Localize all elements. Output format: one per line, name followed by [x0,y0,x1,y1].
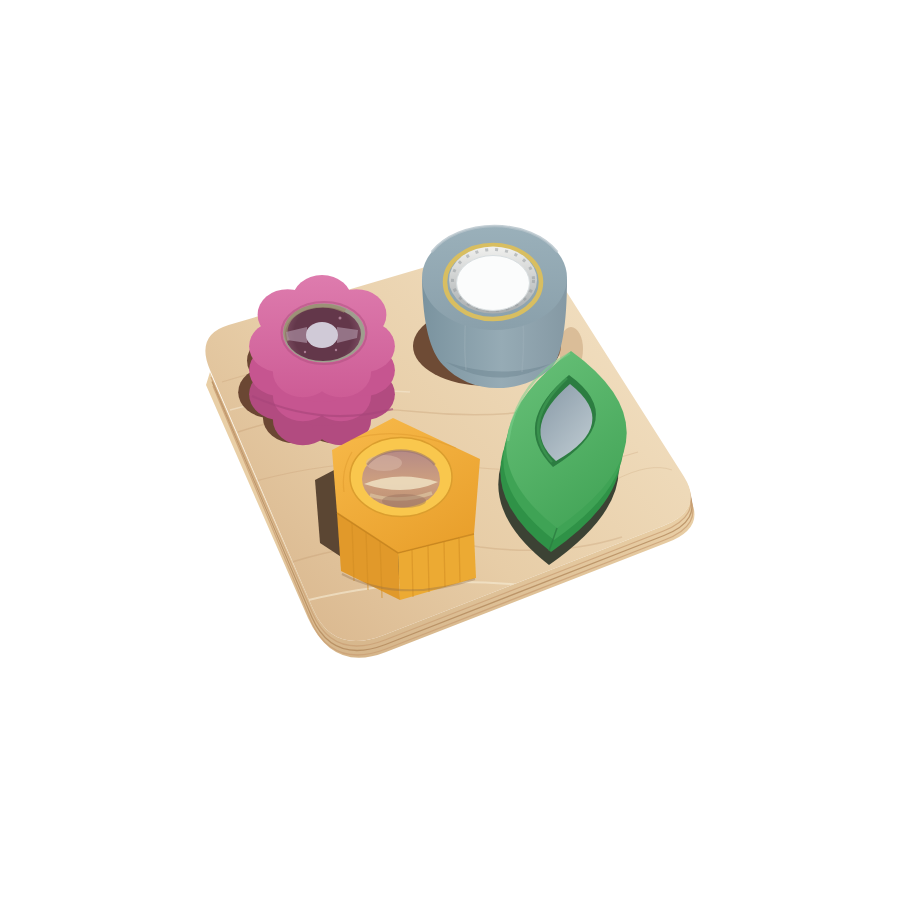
flower-kaleidoscope-lens [282,302,367,364]
lens-glint [339,317,342,320]
lens-top-reflection [366,455,402,471]
hexagon-bubble-lens [350,438,452,517]
circle-mirror-lens [445,245,541,319]
lens-glint [335,349,337,351]
product-photo-stage [0,0,900,900]
circle-piece [422,226,567,388]
lens-centre-highlight [306,322,338,348]
sensory-tray-photo [0,0,900,900]
lens-dark-base [382,494,426,508]
round-mirror [457,256,530,311]
lens-glint [304,351,306,353]
